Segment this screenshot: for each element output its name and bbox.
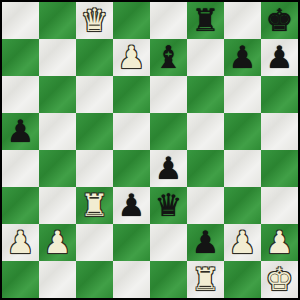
black-pawn[interactable]: ♟ bbox=[229, 39, 257, 76]
white-queen[interactable]: ♛ bbox=[81, 2, 109, 39]
square-g5[interactable] bbox=[224, 113, 261, 150]
square-e6[interactable] bbox=[150, 76, 187, 113]
square-b6[interactable] bbox=[39, 76, 76, 113]
square-d2[interactable] bbox=[113, 224, 150, 261]
square-a8[interactable] bbox=[2, 2, 39, 39]
square-e4[interactable]: ♟ bbox=[150, 150, 187, 187]
square-c8[interactable]: ♛ bbox=[76, 2, 113, 39]
square-g7[interactable]: ♟ bbox=[224, 39, 261, 76]
square-e2[interactable] bbox=[150, 224, 187, 261]
square-c6[interactable] bbox=[76, 76, 113, 113]
square-a2[interactable]: ♟ bbox=[2, 224, 39, 261]
square-d3[interactable]: ♟ bbox=[113, 187, 150, 224]
square-c5[interactable] bbox=[76, 113, 113, 150]
black-pawn[interactable]: ♟ bbox=[7, 113, 35, 150]
square-g6[interactable] bbox=[224, 76, 261, 113]
square-c2[interactable] bbox=[76, 224, 113, 261]
square-f3[interactable] bbox=[187, 187, 224, 224]
square-e3[interactable]: ♛ bbox=[150, 187, 187, 224]
square-b5[interactable] bbox=[39, 113, 76, 150]
white-pawn[interactable]: ♟ bbox=[44, 224, 72, 261]
square-g1[interactable] bbox=[224, 261, 261, 298]
square-h7[interactable]: ♟ bbox=[261, 39, 298, 76]
square-a4[interactable] bbox=[2, 150, 39, 187]
square-d6[interactable] bbox=[113, 76, 150, 113]
square-d4[interactable] bbox=[113, 150, 150, 187]
square-h8[interactable]: ♚ bbox=[261, 2, 298, 39]
square-g2[interactable]: ♟ bbox=[224, 224, 261, 261]
square-b3[interactable] bbox=[39, 187, 76, 224]
square-g8[interactable] bbox=[224, 2, 261, 39]
white-pawn[interactable]: ♟ bbox=[118, 39, 146, 76]
square-d8[interactable] bbox=[113, 2, 150, 39]
square-a1[interactable] bbox=[2, 261, 39, 298]
black-bishop[interactable]: ♝ bbox=[155, 39, 183, 76]
square-d1[interactable] bbox=[113, 261, 150, 298]
black-queen[interactable]: ♛ bbox=[155, 187, 183, 224]
square-c3[interactable]: ♜ bbox=[76, 187, 113, 224]
black-pawn[interactable]: ♟ bbox=[266, 39, 294, 76]
black-pawn[interactable]: ♟ bbox=[155, 150, 183, 187]
square-f1[interactable]: ♜ bbox=[187, 261, 224, 298]
white-pawn[interactable]: ♟ bbox=[229, 224, 257, 261]
square-c1[interactable] bbox=[76, 261, 113, 298]
white-pawn[interactable]: ♟ bbox=[7, 224, 35, 261]
square-a3[interactable] bbox=[2, 187, 39, 224]
black-king[interactable]: ♚ bbox=[266, 2, 294, 39]
square-e8[interactable] bbox=[150, 2, 187, 39]
square-h2[interactable]: ♟ bbox=[261, 224, 298, 261]
square-b8[interactable] bbox=[39, 2, 76, 39]
square-b4[interactable] bbox=[39, 150, 76, 187]
square-h1[interactable]: ♚ bbox=[261, 261, 298, 298]
square-c7[interactable] bbox=[76, 39, 113, 76]
square-f4[interactable] bbox=[187, 150, 224, 187]
square-g3[interactable] bbox=[224, 187, 261, 224]
square-g4[interactable] bbox=[224, 150, 261, 187]
white-rook[interactable]: ♜ bbox=[81, 187, 109, 224]
square-f6[interactable] bbox=[187, 76, 224, 113]
square-d5[interactable] bbox=[113, 113, 150, 150]
black-rook[interactable]: ♜ bbox=[192, 2, 220, 39]
square-e7[interactable]: ♝ bbox=[150, 39, 187, 76]
square-e1[interactable] bbox=[150, 261, 187, 298]
chess-board: ♛♜♚♟♝♟♟♟♟♜♟♛♟♟♟♟♟♜♚ bbox=[2, 2, 298, 298]
square-a6[interactable] bbox=[2, 76, 39, 113]
square-b7[interactable] bbox=[39, 39, 76, 76]
square-f5[interactable] bbox=[187, 113, 224, 150]
chess-board-frame: ♛♜♚♟♝♟♟♟♟♜♟♛♟♟♟♟♟♜♚ bbox=[0, 0, 300, 300]
black-pawn[interactable]: ♟ bbox=[118, 187, 146, 224]
square-h5[interactable] bbox=[261, 113, 298, 150]
white-rook[interactable]: ♜ bbox=[192, 261, 220, 298]
square-h3[interactable] bbox=[261, 187, 298, 224]
square-h4[interactable] bbox=[261, 150, 298, 187]
square-e5[interactable] bbox=[150, 113, 187, 150]
square-f2[interactable]: ♟ bbox=[187, 224, 224, 261]
square-c4[interactable] bbox=[76, 150, 113, 187]
square-b2[interactable]: ♟ bbox=[39, 224, 76, 261]
square-d7[interactable]: ♟ bbox=[113, 39, 150, 76]
square-a5[interactable]: ♟ bbox=[2, 113, 39, 150]
square-b1[interactable] bbox=[39, 261, 76, 298]
square-f8[interactable]: ♜ bbox=[187, 2, 224, 39]
square-f7[interactable] bbox=[187, 39, 224, 76]
square-h6[interactable] bbox=[261, 76, 298, 113]
black-pawn[interactable]: ♟ bbox=[192, 224, 220, 261]
square-a7[interactable] bbox=[2, 39, 39, 76]
white-king[interactable]: ♚ bbox=[266, 261, 294, 298]
white-pawn[interactable]: ♟ bbox=[266, 224, 294, 261]
